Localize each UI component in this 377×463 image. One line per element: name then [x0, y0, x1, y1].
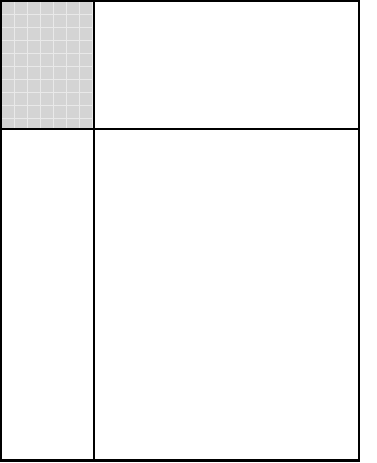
side-watermark-text	[361, 328, 377, 460]
corner-watermark-block	[2, 2, 93, 128]
row-clues-panel	[2, 130, 93, 459]
frame-top	[0, 0, 360, 2]
frame-bottom	[0, 459, 360, 462]
frame-left	[0, 0, 2, 462]
nonogram-board	[0, 0, 377, 463]
column-clues-panel	[95, 2, 358, 128]
frame-right	[358, 0, 360, 462]
puzzle-grid	[95, 130, 358, 459]
frame-clue-separator-vertical	[93, 0, 95, 462]
frame-clue-separator-horizontal	[0, 128, 360, 130]
corner-watermark-text	[2, 2, 93, 128]
